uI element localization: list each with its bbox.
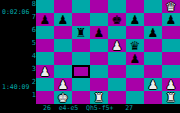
square-b5[interactable] [54, 39, 72, 52]
square-b7[interactable]: ♟ [54, 13, 72, 26]
square-h4[interactable] [162, 52, 180, 65]
rank-label-8: 8 [29, 1, 36, 8]
square-d5[interactable] [90, 39, 108, 52]
white-clock: 1:40:09 [2, 84, 29, 91]
square-a4[interactable] [36, 52, 54, 65]
square-e4[interactable] [108, 52, 126, 65]
rank-label-7: 7 [29, 14, 36, 21]
square-d2[interactable] [90, 78, 108, 91]
square-d1[interactable]: ♜ [90, 91, 108, 104]
square-d4[interactable] [90, 52, 108, 65]
chess-app-screen: 0:02:06 87654321 ♛♟♟♚♟♟♜♟♟♟♛♟♟♟♟♟♚♜♜ 1:4… [0, 0, 180, 113]
rank-label-5: 5 [29, 40, 36, 47]
black-clock: 0:02:06 [2, 9, 29, 16]
square-g7[interactable] [144, 13, 162, 26]
square-c3[interactable] [72, 65, 90, 78]
piece-black-pawn[interactable]: ♟ [148, 26, 159, 38]
rank-label-6: 6 [29, 27, 36, 34]
square-d6[interactable]: ♟ [90, 26, 108, 39]
square-g4[interactable] [144, 52, 162, 65]
piece-white-pawn[interactable]: ♟ [40, 65, 51, 77]
square-h3[interactable] [162, 65, 180, 78]
square-d7[interactable] [90, 13, 108, 26]
piece-white-rook[interactable]: ♜ [94, 91, 105, 103]
square-g3[interactable] [144, 65, 162, 78]
piece-black-pawn[interactable]: ♟ [130, 52, 141, 64]
piece-black-pawn[interactable]: ♟ [58, 13, 69, 25]
piece-white-king[interactable]: ♚ [58, 91, 69, 103]
square-e6[interactable] [108, 26, 126, 39]
square-g8[interactable] [144, 0, 162, 13]
square-d3[interactable] [90, 65, 108, 78]
square-f4[interactable]: ♟ [126, 52, 144, 65]
square-c5[interactable] [72, 39, 90, 52]
square-b6[interactable] [54, 26, 72, 39]
chess-board[interactable]: ♛♟♟♚♟♟♜♟♟♟♛♟♟♟♟♟♚♜♜ [36, 0, 180, 104]
piece-black-pawn[interactable]: ♟ [166, 13, 177, 25]
square-c2[interactable] [72, 78, 90, 91]
square-h2[interactable]: ♟ [162, 78, 180, 91]
square-g6[interactable]: ♟ [144, 26, 162, 39]
square-a6[interactable] [36, 26, 54, 39]
square-c7[interactable] [72, 13, 90, 26]
piece-black-rook[interactable]: ♜ [76, 26, 87, 38]
square-b3[interactable] [54, 65, 72, 78]
square-f1[interactable] [126, 91, 144, 104]
square-h1[interactable]: ♜ [162, 91, 180, 104]
square-e1[interactable] [108, 91, 126, 104]
square-e8[interactable] [108, 0, 126, 13]
square-f6[interactable] [126, 26, 144, 39]
piece-black-pawn[interactable]: ♟ [40, 13, 51, 25]
square-f3[interactable] [126, 65, 144, 78]
piece-black-king[interactable]: ♚ [112, 13, 123, 25]
piece-white-rook[interactable]: ♜ [166, 91, 177, 103]
square-b4[interactable] [54, 52, 72, 65]
square-f8[interactable] [126, 0, 144, 13]
square-g1[interactable] [144, 91, 162, 104]
square-a1[interactable] [36, 91, 54, 104]
square-h5[interactable] [162, 39, 180, 52]
square-c6[interactable]: ♜ [72, 26, 90, 39]
rank-label-3: 3 [29, 66, 36, 73]
piece-white-pawn[interactable]: ♟ [112, 39, 123, 51]
square-a3[interactable]: ♟ [36, 65, 54, 78]
square-h8[interactable]: ♛ [162, 0, 180, 13]
square-e2[interactable] [108, 78, 126, 91]
square-b8[interactable] [54, 0, 72, 13]
piece-white-pawn[interactable]: ♟ [148, 78, 159, 90]
rank-label-4: 4 [29, 53, 36, 60]
square-f7[interactable]: ♟ [126, 13, 144, 26]
square-c4[interactable] [72, 52, 90, 65]
square-a7[interactable]: ♟ [36, 13, 54, 26]
square-b1[interactable]: ♚ [54, 91, 72, 104]
square-b2[interactable]: ♟ [54, 78, 72, 91]
square-f2[interactable] [126, 78, 144, 91]
piece-white-pawn[interactable]: ♟ [58, 78, 69, 90]
square-g5[interactable] [144, 39, 162, 52]
square-e5[interactable]: ♟ [108, 39, 126, 52]
square-a2[interactable] [36, 78, 54, 91]
square-h6[interactable] [162, 26, 180, 39]
square-d8[interactable] [90, 0, 108, 13]
square-f5[interactable]: ♛ [126, 39, 144, 52]
piece-black-pawn[interactable]: ♟ [94, 26, 105, 38]
move-list-line: 26 e4-e5 Qh5-f5+ 27 [43, 105, 133, 112]
square-e7[interactable]: ♚ [108, 13, 126, 26]
rank-label-2: 2 [29, 79, 36, 86]
square-a8[interactable] [36, 0, 54, 13]
piece-white-pawn[interactable]: ♟ [166, 78, 177, 90]
square-c1[interactable] [72, 91, 90, 104]
piece-black-pawn[interactable]: ♟ [130, 13, 141, 25]
square-e3[interactable] [108, 65, 126, 78]
square-a5[interactable] [36, 39, 54, 52]
square-h7[interactable]: ♟ [162, 13, 180, 26]
square-g2[interactable]: ♟ [144, 78, 162, 91]
piece-white-queen[interactable]: ♛ [166, 0, 177, 12]
piece-black-queen[interactable]: ♛ [130, 39, 141, 51]
square-c8[interactable] [72, 0, 90, 13]
rank-label-1: 1 [29, 92, 36, 99]
